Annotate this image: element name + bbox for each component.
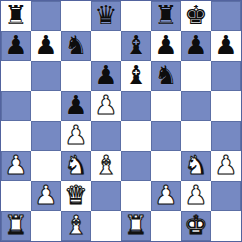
piece-black-rook-f8[interactable]: ♜ bbox=[154, 0, 177, 30]
piece-white-pawn-d5[interactable]: ♟ bbox=[94, 90, 117, 120]
square-f7[interactable]: ♟ bbox=[151, 31, 181, 61]
square-b3[interactable] bbox=[31, 151, 61, 181]
square-g7[interactable]: ♟ bbox=[181, 31, 211, 61]
piece-white-knight-c3[interactable]: ♞ bbox=[64, 150, 87, 180]
square-d6[interactable]: ♟ bbox=[91, 61, 121, 91]
piece-white-king-g1[interactable]: ♚ bbox=[184, 210, 207, 240]
square-e3[interactable] bbox=[121, 151, 151, 181]
piece-black-knight-c7[interactable]: ♞ bbox=[64, 30, 87, 60]
chess-board-grid: ♜♛♜♚♟♟♞♝♟♟♟♟♝♞♟♟♟♟♞♝♞♟♟♛♟♟♜♝♜♚ bbox=[1, 1, 241, 241]
square-e7[interactable]: ♝ bbox=[121, 31, 151, 61]
piece-black-pawn-c5[interactable]: ♟ bbox=[64, 90, 87, 120]
square-g5[interactable] bbox=[181, 91, 211, 121]
square-h3[interactable]: ♟ bbox=[211, 151, 241, 181]
square-f5[interactable] bbox=[151, 91, 181, 121]
square-h4[interactable] bbox=[211, 121, 241, 151]
square-f1[interactable] bbox=[151, 211, 181, 241]
square-h8[interactable] bbox=[211, 1, 241, 31]
piece-white-pawn-b2[interactable]: ♟ bbox=[34, 180, 57, 210]
square-d8[interactable]: ♛ bbox=[91, 1, 121, 31]
square-c5[interactable]: ♟ bbox=[61, 91, 91, 121]
square-b6[interactable] bbox=[31, 61, 61, 91]
square-b2[interactable]: ♟ bbox=[31, 181, 61, 211]
piece-white-pawn-c4[interactable]: ♟ bbox=[64, 120, 87, 150]
square-f3[interactable] bbox=[151, 151, 181, 181]
piece-white-bishop-c1[interactable]: ♝ bbox=[64, 210, 87, 240]
piece-black-pawn-g7[interactable]: ♟ bbox=[184, 30, 207, 60]
piece-white-pawn-a3[interactable]: ♟ bbox=[4, 150, 27, 180]
piece-black-pawn-b7[interactable]: ♟ bbox=[34, 30, 57, 60]
piece-black-pawn-h7[interactable]: ♟ bbox=[214, 30, 237, 60]
square-f2[interactable]: ♟ bbox=[151, 181, 181, 211]
square-h7[interactable]: ♟ bbox=[211, 31, 241, 61]
square-g3[interactable]: ♞ bbox=[181, 151, 211, 181]
square-g1[interactable]: ♚ bbox=[181, 211, 211, 241]
square-b4[interactable] bbox=[31, 121, 61, 151]
square-c6[interactable] bbox=[61, 61, 91, 91]
square-e4[interactable] bbox=[121, 121, 151, 151]
square-d1[interactable] bbox=[91, 211, 121, 241]
square-c8[interactable] bbox=[61, 1, 91, 31]
piece-black-bishop-e6[interactable]: ♝ bbox=[124, 60, 147, 90]
square-d2[interactable] bbox=[91, 181, 121, 211]
square-d4[interactable] bbox=[91, 121, 121, 151]
square-a7[interactable]: ♟ bbox=[1, 31, 31, 61]
piece-black-pawn-a7[interactable]: ♟ bbox=[4, 30, 27, 60]
square-g2[interactable]: ♟ bbox=[181, 181, 211, 211]
square-d3[interactable]: ♝ bbox=[91, 151, 121, 181]
square-h6[interactable] bbox=[211, 61, 241, 91]
square-b7[interactable]: ♟ bbox=[31, 31, 61, 61]
square-e2[interactable] bbox=[121, 181, 151, 211]
piece-black-king-g8[interactable]: ♚ bbox=[184, 0, 207, 30]
square-h2[interactable] bbox=[211, 181, 241, 211]
square-d7[interactable] bbox=[91, 31, 121, 61]
square-g6[interactable] bbox=[181, 61, 211, 91]
square-c3[interactable]: ♞ bbox=[61, 151, 91, 181]
piece-white-knight-g3[interactable]: ♞ bbox=[184, 150, 207, 180]
square-c1[interactable]: ♝ bbox=[61, 211, 91, 241]
square-c2[interactable]: ♛ bbox=[61, 181, 91, 211]
square-h5[interactable] bbox=[211, 91, 241, 121]
square-e8[interactable] bbox=[121, 1, 151, 31]
piece-white-pawn-g2[interactable]: ♟ bbox=[184, 180, 207, 210]
square-a1[interactable]: ♜ bbox=[1, 211, 31, 241]
square-e1[interactable]: ♜ bbox=[121, 211, 151, 241]
piece-white-bishop-d3[interactable]: ♝ bbox=[94, 150, 117, 180]
piece-black-pawn-d6[interactable]: ♟ bbox=[94, 60, 117, 90]
square-b5[interactable] bbox=[31, 91, 61, 121]
square-g4[interactable] bbox=[181, 121, 211, 151]
piece-black-bishop-e7[interactable]: ♝ bbox=[124, 30, 147, 60]
piece-white-queen-c2[interactable]: ♛ bbox=[64, 180, 87, 210]
piece-white-rook-a1[interactable]: ♜ bbox=[4, 210, 27, 240]
chess-board: ♜♛♜♚♟♟♞♝♟♟♟♟♝♞♟♟♟♟♞♝♞♟♟♛♟♟♜♝♜♚ bbox=[0, 0, 242, 242]
square-a2[interactable] bbox=[1, 181, 31, 211]
square-b1[interactable] bbox=[31, 211, 61, 241]
square-f6[interactable]: ♞ bbox=[151, 61, 181, 91]
piece-white-pawn-h3[interactable]: ♟ bbox=[214, 150, 237, 180]
piece-white-pawn-f2[interactable]: ♟ bbox=[154, 180, 177, 210]
square-e6[interactable]: ♝ bbox=[121, 61, 151, 91]
square-a8[interactable]: ♜ bbox=[1, 1, 31, 31]
square-e5[interactable] bbox=[121, 91, 151, 121]
square-c7[interactable]: ♞ bbox=[61, 31, 91, 61]
square-b8[interactable] bbox=[31, 1, 61, 31]
square-f4[interactable] bbox=[151, 121, 181, 151]
piece-black-pawn-f7[interactable]: ♟ bbox=[154, 30, 177, 60]
piece-black-knight-f6[interactable]: ♞ bbox=[154, 60, 177, 90]
square-a3[interactable]: ♟ bbox=[1, 151, 31, 181]
piece-black-rook-a8[interactable]: ♜ bbox=[4, 0, 27, 30]
square-c4[interactable]: ♟ bbox=[61, 121, 91, 151]
square-d5[interactable]: ♟ bbox=[91, 91, 121, 121]
square-a6[interactable] bbox=[1, 61, 31, 91]
piece-white-rook-e1[interactable]: ♜ bbox=[124, 210, 147, 240]
square-f8[interactable]: ♜ bbox=[151, 1, 181, 31]
piece-black-queen-d8[interactable]: ♛ bbox=[94, 0, 117, 30]
square-a5[interactable] bbox=[1, 91, 31, 121]
square-g8[interactable]: ♚ bbox=[181, 1, 211, 31]
square-a4[interactable] bbox=[1, 121, 31, 151]
square-h1[interactable] bbox=[211, 211, 241, 241]
